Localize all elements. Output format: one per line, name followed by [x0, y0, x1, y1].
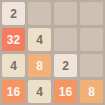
board-2048[interactable]: 2324482164168 — [0, 0, 105, 105]
tile-4: 4 — [2, 54, 25, 77]
tile-8: 8 — [80, 80, 103, 103]
empty-cell — [28, 2, 51, 25]
tile-2: 2 — [2, 2, 25, 25]
tile-16: 16 — [2, 80, 25, 103]
empty-cell — [80, 2, 103, 25]
tile-4: 4 — [28, 28, 51, 51]
empty-cell — [54, 2, 77, 25]
empty-cell — [54, 28, 77, 51]
tile-2: 2 — [54, 54, 77, 77]
tile-32: 32 — [2, 28, 25, 51]
empty-cell — [80, 54, 103, 77]
tile-8: 8 — [28, 54, 51, 77]
empty-cell — [80, 28, 103, 51]
tile-16: 16 — [54, 80, 77, 103]
tile-4: 4 — [28, 80, 51, 103]
